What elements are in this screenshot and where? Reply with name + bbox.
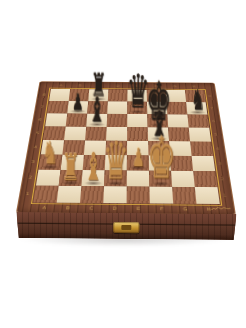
coord-label: C: [79, 204, 103, 212]
square-a8[interactable]: [49, 89, 70, 101]
wooden-frame: ♜♟♛♞♝♚♝♞♟♜♝♛♚ ABCDEFGH ABCDEFGH 87654321…: [16, 81, 236, 215]
coord-label: A: [51, 83, 71, 88]
square-h4[interactable]: [190, 141, 213, 156]
coord-label: G: [173, 205, 197, 213]
brand-signature-icon: [210, 206, 232, 213]
coord-label: A: [32, 204, 57, 212]
square-e1[interactable]: [127, 186, 150, 203]
coord-label: 1: [21, 186, 34, 203]
white-rook-b2[interactable]: ♜: [61, 149, 79, 186]
square-e7[interactable]: ♛: [127, 102, 147, 115]
coord-label: 6: [34, 113, 45, 126]
coord-label: 2: [216, 171, 228, 187]
square-h3[interactable]: [192, 156, 216, 171]
coord-label: E: [127, 205, 151, 213]
square-h1[interactable]: [195, 187, 220, 204]
black-knight-h7[interactable]: ♞: [190, 86, 204, 115]
coord-label: 5: [210, 128, 221, 142]
square-b5[interactable]: [64, 127, 86, 141]
square-b1[interactable]: [57, 186, 82, 203]
white-pawn-e3[interactable]: ♟: [132, 145, 145, 171]
coord-label: 5: [32, 126, 43, 140]
square-a6[interactable]: [45, 113, 67, 126]
coord-label: 7: [37, 101, 48, 114]
coord-label: 2: [24, 170, 36, 186]
coord-label: 8: [205, 90, 215, 102]
coord-label: F: [150, 205, 174, 213]
clasp-keyhole-icon: [121, 225, 131, 230]
board-scene: ♜♟♛♞♝♚♝♞♟♜♝♛♚ ABCDEFGH ABCDEFGH 87654321…: [0, 0, 246, 328]
square-d8[interactable]: [108, 89, 128, 101]
square-h5[interactable]: [189, 128, 211, 142]
black-bishop-c6[interactable]: ♝: [88, 92, 105, 127]
coord-label: 8: [39, 89, 49, 101]
square-a1[interactable]: [33, 186, 58, 203]
square-d2[interactable]: ♛: [104, 170, 127, 186]
white-bishop-c2[interactable]: ♝: [83, 148, 102, 187]
square-f1[interactable]: [149, 187, 173, 204]
coord-label: D: [103, 204, 127, 212]
square-h6[interactable]: [187, 115, 209, 128]
square-d6[interactable]: [107, 114, 128, 127]
square-f2[interactable]: ♚: [149, 171, 172, 187]
coord-label: 6: [208, 115, 219, 128]
square-d7[interactable]: [107, 101, 127, 114]
coord-label: 7: [207, 102, 217, 115]
square-e5[interactable]: [127, 127, 148, 141]
coord-label: 3: [27, 154, 39, 169]
coord-label: 1: [219, 187, 231, 204]
white-queen-d2[interactable]: ♛: [103, 134, 129, 186]
square-d1[interactable]: [103, 186, 126, 203]
square-b2[interactable]: ♜: [59, 170, 83, 186]
coord-label: 4: [30, 140, 42, 154]
square-c2[interactable]: ♝: [81, 170, 104, 186]
square-g1[interactable]: [172, 187, 196, 204]
white-king-f2[interactable]: ♚: [146, 128, 175, 187]
brass-clasp: [113, 222, 139, 233]
square-c6[interactable]: ♝: [86, 114, 107, 127]
coord-label: B: [56, 204, 80, 212]
product-photo-canvas: ♜♟♛♞♝♚♝♞♟♜♝♛♚ ABCDEFGH ABCDEFGH 87654321…: [0, 0, 246, 328]
square-h2[interactable]: [193, 171, 217, 187]
square-h7[interactable]: ♞: [186, 102, 207, 115]
square-c1[interactable]: [80, 186, 104, 203]
square-a2[interactable]: [36, 170, 61, 186]
square-a7[interactable]: [47, 101, 69, 114]
black-pawn-b7[interactable]: ♟: [72, 91, 84, 114]
square-a3[interactable]: ♞: [38, 155, 62, 170]
board-grid: ♜♟♛♞♝♚♝♞♟♜♝♛♚: [33, 89, 219, 204]
ground-shadow: [14, 233, 232, 247]
board-top-surface: ♜♟♛♞♝♚♝♞♟♜♝♛♚ ABCDEFGH ABCDEFGH 87654321…: [16, 81, 236, 215]
coord-label: D: [108, 83, 127, 88]
square-b7[interactable]: ♟: [67, 101, 88, 114]
white-knight-a3[interactable]: ♞: [42, 138, 58, 170]
square-e3[interactable]: ♟: [127, 155, 149, 170]
coord-label: 3: [214, 156, 226, 171]
file-labels-front: ABCDEFGH: [32, 204, 221, 213]
coord-label: 4: [212, 142, 223, 157]
square-b6[interactable]: [66, 114, 88, 127]
